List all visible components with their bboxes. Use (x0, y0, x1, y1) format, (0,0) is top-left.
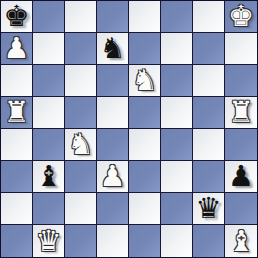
square-f3[interactable] (161, 161, 193, 193)
square-b5[interactable] (33, 97, 65, 129)
square-g1[interactable] (193, 225, 225, 257)
square-a4[interactable] (1, 129, 33, 161)
piece-white-rook[interactable]: ♜ (4, 97, 30, 128)
square-d6[interactable] (97, 65, 129, 97)
piece-white-pawn[interactable]: ♟ (100, 161, 126, 192)
square-e2[interactable] (129, 193, 161, 225)
square-e7[interactable] (129, 33, 161, 65)
square-c1[interactable] (65, 225, 97, 257)
square-a6[interactable] (1, 65, 33, 97)
square-c8[interactable] (65, 1, 97, 33)
square-a8[interactable]: ♚ (1, 1, 33, 33)
square-f6[interactable] (161, 65, 193, 97)
square-g6[interactable] (193, 65, 225, 97)
square-e5[interactable] (129, 97, 161, 129)
piece-white-knight[interactable]: ♞ (68, 129, 94, 160)
piece-white-queen[interactable]: ♛ (36, 226, 62, 257)
square-c3[interactable] (65, 161, 97, 193)
square-h6[interactable] (225, 65, 257, 97)
square-d7[interactable]: ♞ (97, 33, 129, 65)
square-b3[interactable]: ♝ (33, 161, 65, 193)
square-d1[interactable] (97, 225, 129, 257)
square-e6[interactable]: ♞ (129, 65, 161, 97)
square-g7[interactable] (193, 33, 225, 65)
square-f1[interactable] (161, 225, 193, 257)
piece-white-knight[interactable]: ♞ (132, 65, 158, 96)
square-g5[interactable] (193, 97, 225, 129)
square-c7[interactable] (65, 33, 97, 65)
square-b4[interactable] (33, 129, 65, 161)
square-c6[interactable] (65, 65, 97, 97)
square-e1[interactable] (129, 225, 161, 257)
piece-white-rook[interactable]: ♜ (228, 97, 254, 128)
square-h4[interactable] (225, 129, 257, 161)
square-a2[interactable] (1, 193, 33, 225)
square-c5[interactable] (65, 97, 97, 129)
square-f8[interactable] (161, 1, 193, 33)
square-f2[interactable] (161, 193, 193, 225)
square-d2[interactable] (97, 193, 129, 225)
square-g4[interactable] (193, 129, 225, 161)
square-h8[interactable]: ♚ (225, 1, 257, 33)
square-a5[interactable]: ♜ (1, 97, 33, 129)
square-b6[interactable] (33, 65, 65, 97)
piece-white-king[interactable]: ♚ (228, 1, 254, 32)
piece-white-bishop[interactable]: ♝ (228, 226, 254, 257)
square-d3[interactable]: ♟ (97, 161, 129, 193)
square-f4[interactable] (161, 129, 193, 161)
piece-black-bishop[interactable]: ♝ (36, 161, 62, 192)
chess-board-window: ♚♚♟♞♞♜♜♞♝♟♟♛♛♝ (0, 0, 258, 258)
square-h3[interactable]: ♟ (225, 161, 257, 193)
square-c2[interactable] (65, 193, 97, 225)
square-e8[interactable] (129, 1, 161, 33)
piece-black-queen[interactable]: ♛ (196, 193, 222, 224)
square-f7[interactable] (161, 33, 193, 65)
piece-black-knight[interactable]: ♞ (100, 33, 126, 64)
square-b1[interactable]: ♛ (33, 225, 65, 257)
square-b7[interactable] (33, 33, 65, 65)
square-h7[interactable] (225, 33, 257, 65)
square-a3[interactable] (1, 161, 33, 193)
square-d4[interactable] (97, 129, 129, 161)
square-g3[interactable] (193, 161, 225, 193)
square-d8[interactable] (97, 1, 129, 33)
square-h5[interactable]: ♜ (225, 97, 257, 129)
square-f5[interactable] (161, 97, 193, 129)
piece-black-pawn[interactable]: ♟ (228, 161, 254, 192)
piece-black-king[interactable]: ♚ (4, 1, 30, 32)
chess-board: ♚♚♟♞♞♜♜♞♝♟♟♛♛♝ (0, 0, 258, 258)
square-c4[interactable]: ♞ (65, 129, 97, 161)
square-e4[interactable] (129, 129, 161, 161)
square-g2[interactable]: ♛ (193, 193, 225, 225)
piece-white-pawn[interactable]: ♟ (4, 33, 30, 64)
square-a1[interactable] (1, 225, 33, 257)
square-h2[interactable] (225, 193, 257, 225)
square-d5[interactable] (97, 97, 129, 129)
square-b2[interactable] (33, 193, 65, 225)
square-h1[interactable]: ♝ (225, 225, 257, 257)
square-e3[interactable] (129, 161, 161, 193)
square-g8[interactable] (193, 1, 225, 33)
square-a7[interactable]: ♟ (1, 33, 33, 65)
square-b8[interactable] (33, 1, 65, 33)
